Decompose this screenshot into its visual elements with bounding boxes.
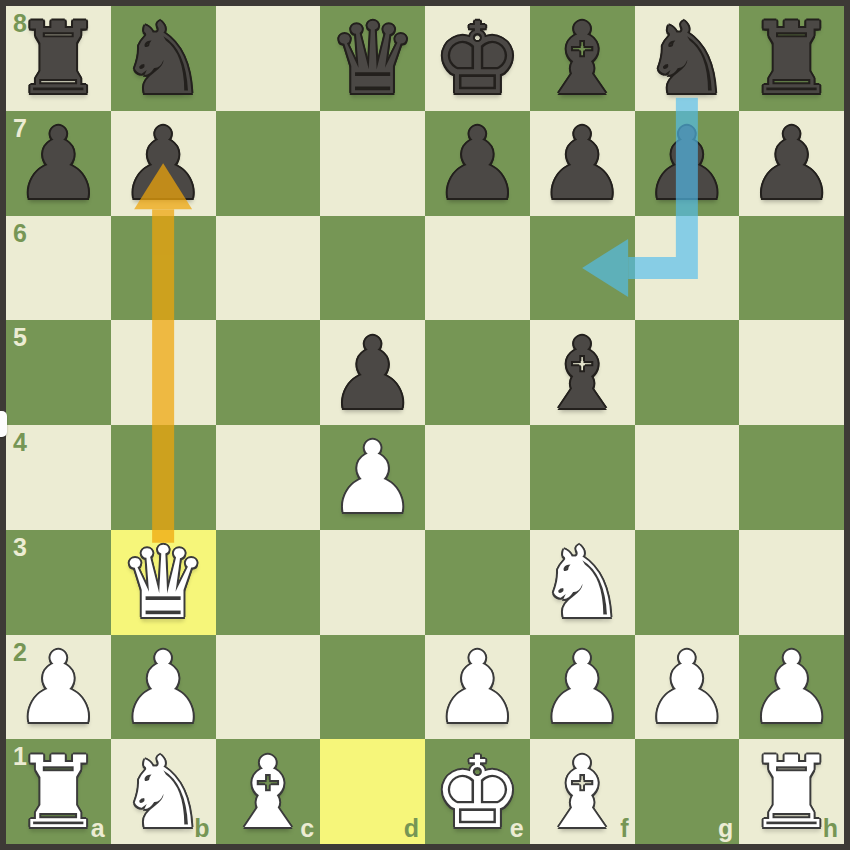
square-f4[interactable] — [530, 425, 635, 530]
square-a6[interactable]: 6 — [6, 216, 111, 321]
square-b5[interactable] — [111, 320, 216, 425]
square-h8[interactable]: ♜ — [739, 6, 844, 111]
square-e8[interactable]: ♚ — [425, 6, 530, 111]
black-pawn-h7[interactable]: ♟ — [747, 112, 836, 216]
square-f3[interactable]: ♞ — [530, 530, 635, 635]
rank-label-6: 6 — [13, 221, 27, 246]
square-a5[interactable]: 5 — [6, 320, 111, 425]
square-h6[interactable] — [739, 216, 844, 321]
white-bishop-c1[interactable]: ♝ — [223, 741, 312, 845]
square-g2[interactable]: ♟ — [635, 635, 740, 740]
square-d6[interactable] — [320, 216, 425, 321]
black-knight-b8[interactable]: ♞ — [119, 7, 208, 111]
square-b8[interactable]: ♞ — [111, 6, 216, 111]
square-f8[interactable]: ♝ — [530, 6, 635, 111]
square-e6[interactable] — [425, 216, 530, 321]
square-f1[interactable]: f♝ — [530, 739, 635, 844]
square-a8[interactable]: 8♜ — [6, 6, 111, 111]
white-pawn-g2[interactable]: ♟ — [642, 636, 731, 740]
white-pawn-e2[interactable]: ♟ — [433, 636, 522, 740]
square-d5[interactable]: ♟ — [320, 320, 425, 425]
black-bishop-f5[interactable]: ♝ — [538, 322, 627, 426]
rank-label-5: 5 — [13, 325, 27, 350]
square-f2[interactable]: ♟ — [530, 635, 635, 740]
square-d3[interactable] — [320, 530, 425, 635]
white-rook-h1[interactable]: ♜ — [747, 741, 836, 845]
square-d7[interactable] — [320, 111, 425, 216]
black-pawn-f7[interactable]: ♟ — [538, 112, 627, 216]
white-pawn-a2[interactable]: ♟ — [14, 636, 103, 740]
square-a1[interactable]: 1a♜ — [6, 739, 111, 844]
square-h1[interactable]: h♜ — [739, 739, 844, 844]
square-e7[interactable]: ♟ — [425, 111, 530, 216]
black-pawn-d5[interactable]: ♟ — [328, 322, 417, 426]
square-b4[interactable] — [111, 425, 216, 530]
square-d4[interactable]: ♟ — [320, 425, 425, 530]
board: 8♜♞♛♚♝♞♜7♟♟♟♟♟♟65♟♝4♟3♛♞2♟♟♟♟♟♟1a♜b♞c♝de… — [6, 6, 844, 844]
square-b7[interactable]: ♟ — [111, 111, 216, 216]
white-king-e1[interactable]: ♚ — [433, 741, 522, 845]
square-a2[interactable]: 2♟ — [6, 635, 111, 740]
square-c6[interactable] — [216, 216, 321, 321]
white-pawn-d4[interactable]: ♟ — [328, 426, 417, 530]
square-g1[interactable]: g — [635, 739, 740, 844]
square-b3[interactable]: ♛ — [111, 530, 216, 635]
square-g6[interactable] — [635, 216, 740, 321]
file-label-g: g — [718, 816, 733, 841]
square-h7[interactable]: ♟ — [739, 111, 844, 216]
edge-handle[interactable] — [0, 411, 7, 437]
black-queen-d8[interactable]: ♛ — [328, 7, 417, 111]
square-c5[interactable] — [216, 320, 321, 425]
square-h2[interactable]: ♟ — [739, 635, 844, 740]
square-a4[interactable]: 4 — [6, 425, 111, 530]
square-c8[interactable] — [216, 6, 321, 111]
black-pawn-g7[interactable]: ♟ — [642, 112, 731, 216]
square-g5[interactable] — [635, 320, 740, 425]
white-pawn-b2[interactable]: ♟ — [119, 636, 208, 740]
black-knight-g8[interactable]: ♞ — [642, 7, 731, 111]
square-c2[interactable] — [216, 635, 321, 740]
black-rook-h8[interactable]: ♜ — [747, 7, 836, 111]
square-e2[interactable]: ♟ — [425, 635, 530, 740]
black-pawn-a7[interactable]: ♟ — [14, 112, 103, 216]
rank-label-4: 4 — [13, 430, 27, 455]
square-h3[interactable] — [739, 530, 844, 635]
square-e1[interactable]: e♚ — [425, 739, 530, 844]
square-e5[interactable] — [425, 320, 530, 425]
square-e4[interactable] — [425, 425, 530, 530]
square-f5[interactable]: ♝ — [530, 320, 635, 425]
square-c1[interactable]: c♝ — [216, 739, 321, 844]
square-a3[interactable]: 3 — [6, 530, 111, 635]
square-h4[interactable] — [739, 425, 844, 530]
white-queen-b3[interactable]: ♛ — [119, 531, 208, 635]
square-e3[interactable] — [425, 530, 530, 635]
black-bishop-f8[interactable]: ♝ — [538, 7, 627, 111]
square-g8[interactable]: ♞ — [635, 6, 740, 111]
square-c3[interactable] — [216, 530, 321, 635]
square-g7[interactable]: ♟ — [635, 111, 740, 216]
black-pawn-b7[interactable]: ♟ — [119, 112, 208, 216]
square-g3[interactable] — [635, 530, 740, 635]
square-d1[interactable]: d — [320, 739, 425, 844]
black-rook-a8[interactable]: ♜ — [14, 7, 103, 111]
white-knight-b1[interactable]: ♞ — [119, 741, 208, 845]
white-knight-f3[interactable]: ♞ — [538, 531, 627, 635]
file-label-d: d — [404, 816, 419, 841]
square-g4[interactable] — [635, 425, 740, 530]
rank-label-3: 3 — [13, 535, 27, 560]
square-f6[interactable] — [530, 216, 635, 321]
white-pawn-h2[interactable]: ♟ — [747, 636, 836, 740]
square-f7[interactable]: ♟ — [530, 111, 635, 216]
black-king-e8[interactable]: ♚ — [433, 7, 522, 111]
square-c4[interactable] — [216, 425, 321, 530]
black-pawn-e7[interactable]: ♟ — [433, 112, 522, 216]
square-h5[interactable] — [739, 320, 844, 425]
square-c7[interactable] — [216, 111, 321, 216]
square-d8[interactable]: ♛ — [320, 6, 425, 111]
white-rook-a1[interactable]: ♜ — [14, 741, 103, 845]
white-bishop-f1[interactable]: ♝ — [538, 741, 627, 845]
square-d2[interactable] — [320, 635, 425, 740]
square-b6[interactable] — [111, 216, 216, 321]
square-a7[interactable]: 7♟ — [6, 111, 111, 216]
white-pawn-f2[interactable]: ♟ — [538, 636, 627, 740]
square-b1[interactable]: b♞ — [111, 739, 216, 844]
square-b2[interactable]: ♟ — [111, 635, 216, 740]
